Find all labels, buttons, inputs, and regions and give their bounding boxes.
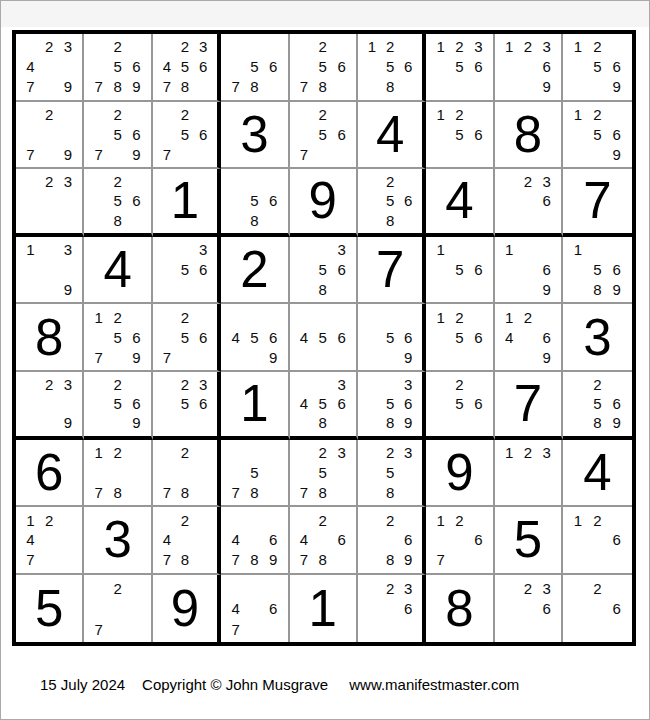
candidate-digit: 1 — [363, 37, 381, 57]
candidate-digit: 2 — [40, 375, 59, 394]
empty-candidate-slot — [607, 619, 626, 640]
empty-candidate-slot — [194, 413, 212, 432]
candidate-grid: 12569 — [563, 102, 631, 168]
candidate-digit: 5 — [245, 191, 264, 210]
empty-candidate-slot — [21, 260, 40, 280]
top-margin-strip — [1, 1, 649, 27]
empty-candidate-slot — [194, 530, 212, 550]
candidate-digit: 5 — [313, 260, 332, 280]
cell-r9c3: 9 — [153, 575, 221, 643]
candidate-grid: 2567 — [153, 102, 217, 168]
given-digit: 7 — [358, 237, 422, 303]
candidate-grid: 356 — [153, 237, 217, 303]
empty-candidate-slot — [226, 443, 245, 463]
empty-candidate-slot — [194, 462, 212, 482]
given-digit: 9 — [290, 169, 356, 233]
candidate-digit: 2 — [519, 578, 538, 599]
candidate-digit: 1 — [431, 105, 450, 125]
page-date: 15 July 2024 — [40, 676, 125, 693]
cell-r6c9: 25689 — [563, 372, 631, 440]
cell-r3c9: 7 — [563, 169, 631, 237]
empty-candidate-slot — [127, 598, 146, 619]
empty-candidate-slot — [226, 37, 245, 57]
candidate-digit: 8 — [313, 280, 332, 300]
empty-candidate-slot — [332, 144, 351, 164]
empty-candidate-slot — [607, 375, 626, 394]
candidate-digit: 8 — [313, 77, 332, 97]
candidate-digit: 2 — [588, 37, 607, 57]
empty-candidate-slot — [295, 307, 314, 327]
empty-candidate-slot — [519, 240, 538, 260]
candidate-digit: 7 — [89, 77, 108, 97]
cell-r1c8: 12369 — [495, 34, 563, 102]
candidate-digit: 2 — [176, 375, 194, 394]
empty-candidate-slot — [399, 211, 417, 230]
candidate-grid: 24678 — [290, 507, 356, 573]
candidate-digit: 2 — [519, 307, 538, 327]
empty-candidate-slot — [59, 105, 78, 125]
candidate-digit: 3 — [59, 172, 78, 191]
candidate-grid: 23 — [16, 169, 82, 233]
empty-candidate-slot — [108, 413, 127, 432]
candidate-digit: 8 — [381, 482, 399, 502]
empty-candidate-slot — [568, 57, 587, 77]
cell-r5c4: 4569 — [221, 304, 289, 372]
candidate-digit: 9 — [537, 77, 556, 97]
empty-candidate-slot — [295, 462, 314, 482]
candidate-grid: 2569 — [84, 372, 150, 436]
empty-candidate-slot — [245, 37, 264, 57]
empty-candidate-slot — [500, 211, 519, 230]
empty-candidate-slot — [399, 37, 417, 57]
candidate-digit: 8 — [381, 211, 399, 230]
given-digit: 4 — [358, 102, 422, 168]
empty-candidate-slot — [431, 77, 450, 97]
empty-candidate-slot — [226, 57, 245, 77]
cell-r2c5: 2567 — [290, 102, 358, 170]
empty-candidate-slot — [89, 598, 108, 619]
empty-candidate-slot — [59, 530, 78, 550]
empty-candidate-slot — [500, 482, 519, 502]
candidate-digit: 5 — [313, 462, 332, 482]
cell-r5c2: 125679 — [84, 304, 152, 372]
candidate-digit: 2 — [176, 510, 194, 530]
empty-candidate-slot — [194, 307, 212, 327]
empty-candidate-slot — [568, 394, 587, 413]
empty-candidate-slot — [450, 240, 469, 260]
candidate-digit: 2 — [313, 37, 332, 57]
candidate-grid: 139 — [16, 237, 82, 303]
empty-candidate-slot — [469, 105, 488, 125]
empty-candidate-slot — [176, 462, 194, 482]
empty-candidate-slot — [363, 443, 381, 463]
empty-candidate-slot — [469, 240, 488, 260]
cell-r2c3: 2567 — [153, 102, 221, 170]
cell-r5c1: 8 — [16, 304, 84, 372]
candidate-digit: 7 — [431, 550, 450, 570]
candidate-digit: 6 — [469, 57, 488, 77]
empty-candidate-slot — [127, 172, 146, 191]
empty-candidate-slot — [40, 260, 59, 280]
cell-r6c3: 2356 — [153, 372, 221, 440]
empty-candidate-slot — [431, 413, 450, 432]
candidate-digit: 9 — [264, 347, 283, 367]
empty-candidate-slot — [295, 57, 314, 77]
cell-r2c6: 4 — [358, 102, 426, 170]
candidate-grid: 12569 — [563, 34, 631, 100]
empty-candidate-slot — [469, 77, 488, 97]
candidate-digit: 5 — [108, 394, 127, 413]
candidate-digit: 4 — [295, 530, 314, 550]
empty-candidate-slot — [295, 443, 314, 463]
candidate-digit: 1 — [89, 307, 108, 327]
candidate-digit: 1 — [500, 240, 519, 260]
cell-r4c1: 139 — [16, 237, 84, 305]
candidate-digit: 3 — [332, 443, 351, 463]
empty-candidate-slot — [89, 211, 108, 230]
given-digit: 7 — [495, 372, 561, 436]
empty-candidate-slot — [399, 77, 417, 97]
empty-candidate-slot — [127, 307, 146, 327]
candidate-digit: 1 — [431, 240, 450, 260]
empty-candidate-slot — [108, 347, 127, 367]
candidate-digit: 5 — [176, 394, 194, 413]
empty-candidate-slot — [21, 124, 40, 144]
cell-r6c2: 2569 — [84, 372, 152, 440]
candidate-grid: 35689 — [358, 372, 422, 436]
candidate-digit: 5 — [176, 57, 194, 77]
empty-candidate-slot — [431, 347, 450, 367]
candidate-grid: 2567 — [290, 102, 356, 168]
cell-r9c5: 1 — [290, 575, 358, 643]
empty-candidate-slot — [59, 124, 78, 144]
candidate-digit: 6 — [607, 598, 626, 619]
empty-candidate-slot — [158, 37, 176, 57]
empty-candidate-slot — [245, 619, 264, 640]
given-digit: 2 — [221, 237, 287, 303]
empty-candidate-slot — [40, 124, 59, 144]
candidate-grid: 256789 — [84, 34, 150, 100]
candidate-digit: 6 — [194, 260, 212, 280]
empty-candidate-slot — [399, 172, 417, 191]
cell-r7c2: 1278 — [84, 440, 152, 508]
empty-candidate-slot — [607, 37, 626, 57]
empty-candidate-slot — [332, 482, 351, 502]
candidate-grid: 2568 — [358, 169, 422, 233]
empty-candidate-slot — [158, 105, 176, 125]
candidate-digit: 7 — [226, 550, 245, 570]
empty-candidate-slot — [40, 550, 59, 570]
cell-r9c1: 5 — [16, 575, 84, 643]
given-digit: 3 — [563, 304, 631, 370]
empty-candidate-slot — [226, 307, 245, 327]
empty-candidate-slot — [399, 619, 417, 640]
candidate-grid: 5678 — [221, 34, 287, 100]
candidate-digit: 6 — [607, 394, 626, 413]
empty-candidate-slot — [89, 327, 108, 347]
candidate-digit: 6 — [194, 327, 212, 347]
empty-candidate-slot — [264, 482, 283, 502]
candidate-digit: 6 — [332, 124, 351, 144]
candidate-digit: 1 — [568, 37, 587, 57]
empty-candidate-slot — [363, 191, 381, 210]
empty-candidate-slot — [59, 550, 78, 570]
empty-candidate-slot — [89, 578, 108, 599]
candidate-digit: 1 — [568, 240, 587, 260]
cell-r6c5: 34568 — [290, 372, 358, 440]
empty-candidate-slot — [295, 413, 314, 432]
empty-candidate-slot — [500, 619, 519, 640]
candidate-digit: 6 — [264, 191, 283, 210]
empty-candidate-slot — [332, 347, 351, 367]
given-digit: 9 — [426, 440, 492, 506]
candidate-digit: 7 — [295, 144, 314, 164]
candidate-grid: 236 — [495, 575, 561, 643]
candidate-digit: 7 — [158, 347, 176, 367]
candidate-digit: 9 — [127, 77, 146, 97]
empty-candidate-slot — [399, 510, 417, 530]
empty-candidate-slot — [40, 211, 59, 230]
cell-r3c6: 2568 — [358, 169, 426, 237]
cell-r4c9: 15689 — [563, 237, 631, 305]
candidate-grid: 23578 — [290, 440, 356, 506]
empty-candidate-slot — [264, 619, 283, 640]
candidate-digit: 5 — [588, 260, 607, 280]
empty-candidate-slot — [295, 260, 314, 280]
candidate-digit: 5 — [450, 260, 469, 280]
empty-candidate-slot — [40, 191, 59, 210]
given-digit: 6 — [16, 440, 82, 506]
empty-candidate-slot — [500, 77, 519, 97]
empty-candidate-slot — [21, 394, 40, 413]
candidate-digit: 4 — [226, 530, 245, 550]
empty-candidate-slot — [245, 510, 264, 530]
empty-candidate-slot — [363, 530, 381, 550]
cell-r3c4: 568 — [221, 169, 289, 237]
empty-candidate-slot — [176, 413, 194, 432]
candidate-digit: 6 — [332, 260, 351, 280]
candidate-digit: 3 — [194, 375, 212, 394]
candidate-digit: 2 — [450, 105, 469, 125]
cell-r1c6: 12568 — [358, 34, 426, 102]
empty-candidate-slot — [194, 550, 212, 570]
empty-candidate-slot — [226, 347, 245, 367]
candidate-grid: 2568 — [84, 169, 150, 233]
given-digit: 4 — [563, 440, 631, 506]
empty-candidate-slot — [226, 510, 245, 530]
given-digit: 8 — [16, 304, 82, 370]
empty-candidate-slot — [21, 172, 40, 191]
given-digit: 1 — [290, 575, 356, 643]
empty-candidate-slot — [194, 482, 212, 502]
given-digit: 3 — [84, 507, 150, 573]
candidate-grid: 2567 — [153, 304, 217, 370]
candidate-digit: 4 — [226, 598, 245, 619]
empty-candidate-slot — [40, 394, 59, 413]
empty-candidate-slot — [469, 347, 488, 367]
candidate-digit: 9 — [59, 144, 78, 164]
candidate-digit: 8 — [176, 77, 194, 97]
given-digit: 8 — [426, 575, 492, 643]
candidate-grid: 239 — [16, 372, 82, 436]
empty-candidate-slot — [332, 510, 351, 530]
candidate-grid: 3568 — [290, 237, 356, 303]
candidate-digit: 7 — [226, 482, 245, 502]
candidate-digit: 5 — [450, 327, 469, 347]
empty-candidate-slot — [519, 211, 538, 230]
candidate-digit: 1 — [500, 307, 519, 327]
empty-candidate-slot — [431, 327, 450, 347]
empty-candidate-slot — [399, 482, 417, 502]
candidate-digit: 6 — [537, 260, 556, 280]
cell-r7c4: 578 — [221, 440, 289, 508]
empty-candidate-slot — [158, 260, 176, 280]
candidate-digit: 9 — [399, 413, 417, 432]
candidate-digit: 2 — [108, 172, 127, 191]
cell-r2c2: 25679 — [84, 102, 152, 170]
cell-r2c9: 12569 — [563, 102, 631, 170]
given-digit: 5 — [495, 507, 561, 573]
empty-candidate-slot — [519, 77, 538, 97]
candidate-digit: 5 — [108, 327, 127, 347]
empty-candidate-slot — [89, 191, 108, 210]
candidate-digit: 5 — [313, 394, 332, 413]
candidate-digit: 9 — [537, 280, 556, 300]
candidate-digit: 9 — [59, 280, 78, 300]
candidate-digit: 2 — [108, 375, 127, 394]
candidate-digit: 6 — [264, 57, 283, 77]
candidate-grid: 236 — [495, 169, 561, 233]
given-digit: 4 — [84, 237, 150, 303]
empty-candidate-slot — [59, 57, 78, 77]
empty-candidate-slot — [295, 37, 314, 57]
cell-r3c5: 9 — [290, 169, 358, 237]
empty-candidate-slot — [89, 105, 108, 125]
candidate-digit: 6 — [194, 394, 212, 413]
given-digit: 3 — [221, 102, 287, 168]
candidate-digit: 8 — [381, 550, 399, 570]
cell-r6c7: 256 — [426, 372, 494, 440]
candidate-digit: 2 — [381, 578, 399, 599]
candidate-digit: 2 — [588, 578, 607, 599]
candidate-grid: 34568 — [290, 372, 356, 436]
empty-candidate-slot — [194, 280, 212, 300]
candidate-grid: 25689 — [563, 372, 631, 436]
candidate-digit: 9 — [399, 550, 417, 570]
empty-candidate-slot — [40, 280, 59, 300]
empty-candidate-slot — [431, 280, 450, 300]
candidate-digit: 8 — [313, 413, 332, 432]
cell-r9c7: 8 — [426, 575, 494, 643]
empty-candidate-slot — [381, 530, 399, 550]
cell-r9c9: 26 — [563, 575, 631, 643]
empty-candidate-slot — [108, 619, 127, 640]
candidate-grid: 12356 — [426, 34, 492, 100]
empty-candidate-slot — [469, 280, 488, 300]
empty-candidate-slot — [381, 619, 399, 640]
cell-r8c3: 2478 — [153, 507, 221, 575]
empty-candidate-slot — [108, 462, 127, 482]
candidate-digit: 3 — [194, 240, 212, 260]
empty-candidate-slot — [363, 327, 381, 347]
cell-r8c9: 126 — [563, 507, 631, 575]
candidate-digit: 3 — [399, 578, 417, 599]
empty-candidate-slot — [568, 550, 587, 570]
empty-candidate-slot — [264, 510, 283, 530]
candidate-grid: 2356 — [153, 372, 217, 436]
empty-candidate-slot — [537, 211, 556, 230]
candidate-grid: 2478 — [153, 507, 217, 573]
empty-candidate-slot — [295, 280, 314, 300]
cell-r9c4: 467 — [221, 575, 289, 643]
candidate-digit: 1 — [431, 37, 450, 57]
empty-candidate-slot — [332, 413, 351, 432]
candidate-digit: 5 — [381, 191, 399, 210]
cell-r5c7: 1256 — [426, 304, 494, 372]
cell-r3c8: 236 — [495, 169, 563, 237]
empty-candidate-slot — [108, 144, 127, 164]
cell-r8c5: 24678 — [290, 507, 358, 575]
candidate-digit: 9 — [59, 413, 78, 432]
candidate-grid: 256 — [426, 372, 492, 436]
cell-r5c8: 12469 — [495, 304, 563, 372]
candidate-digit: 3 — [332, 240, 351, 260]
empty-candidate-slot — [537, 619, 556, 640]
empty-candidate-slot — [607, 240, 626, 260]
candidate-digit: 4 — [226, 327, 245, 347]
cell-r2c7: 1256 — [426, 102, 494, 170]
empty-candidate-slot — [313, 347, 332, 367]
empty-candidate-slot — [500, 462, 519, 482]
candidate-digit: 9 — [607, 280, 626, 300]
candidate-digit: 5 — [450, 57, 469, 77]
empty-candidate-slot — [313, 375, 332, 394]
empty-candidate-slot — [450, 347, 469, 367]
candidate-grid: 569 — [358, 304, 422, 370]
candidate-digit: 1 — [500, 443, 519, 463]
empty-candidate-slot — [226, 578, 245, 599]
given-digit: 1 — [221, 372, 287, 436]
cell-r3c7: 4 — [426, 169, 494, 237]
empty-candidate-slot — [194, 77, 212, 97]
empty-candidate-slot — [127, 105, 146, 125]
empty-candidate-slot — [469, 510, 488, 530]
empty-candidate-slot — [519, 327, 538, 347]
cell-r8c4: 46789 — [221, 507, 289, 575]
candidate-digit: 6 — [607, 260, 626, 280]
candidate-digit: 8 — [245, 550, 264, 570]
candidate-digit: 6 — [537, 57, 556, 77]
candidate-grid: 15689 — [563, 237, 631, 303]
candidate-digit: 4 — [500, 327, 519, 347]
empty-candidate-slot — [245, 578, 264, 599]
candidate-digit: 8 — [381, 413, 399, 432]
empty-candidate-slot — [519, 260, 538, 280]
empty-candidate-slot — [588, 550, 607, 570]
empty-candidate-slot — [295, 240, 314, 260]
given-digit: 1 — [153, 169, 217, 233]
candidate-digit: 6 — [399, 191, 417, 210]
cell-r8c2: 3 — [84, 507, 152, 575]
empty-candidate-slot — [89, 37, 108, 57]
candidate-digit: 2 — [108, 105, 127, 125]
empty-candidate-slot — [588, 598, 607, 619]
empty-candidate-slot — [399, 307, 417, 327]
cell-r7c6: 2358 — [358, 440, 426, 508]
empty-candidate-slot — [469, 144, 488, 164]
cell-r5c6: 569 — [358, 304, 426, 372]
empty-candidate-slot — [332, 105, 351, 125]
